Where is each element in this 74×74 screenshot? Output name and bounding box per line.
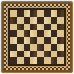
square-d8 — [30, 10, 37, 17]
square-d7 — [30, 17, 37, 24]
square-b5 — [17, 30, 24, 37]
square-g1 — [51, 57, 58, 64]
square-f4 — [44, 37, 51, 44]
square-a8 — [10, 10, 17, 17]
playing-area — [10, 10, 64, 64]
square-h8 — [57, 10, 64, 17]
square-a1 — [10, 57, 17, 64]
square-d2 — [30, 51, 37, 58]
square-h7 — [57, 17, 64, 24]
square-g6 — [51, 24, 58, 31]
square-f8 — [44, 10, 51, 17]
square-b1 — [17, 57, 24, 64]
square-e8 — [37, 10, 44, 17]
square-a6 — [10, 24, 17, 31]
square-c3 — [24, 44, 31, 51]
square-a5 — [10, 30, 17, 37]
square-e2 — [37, 51, 44, 58]
square-c5 — [24, 30, 31, 37]
square-a7 — [10, 17, 17, 24]
square-f2 — [44, 51, 51, 58]
square-f7 — [44, 17, 51, 24]
square-b6 — [17, 24, 24, 31]
square-c1 — [24, 57, 31, 64]
square-a3 — [10, 44, 17, 51]
square-d3 — [30, 44, 37, 51]
square-h1 — [57, 57, 64, 64]
square-e5 — [37, 30, 44, 37]
square-c7 — [24, 17, 31, 24]
square-h2 — [57, 51, 64, 58]
square-b4 — [17, 37, 24, 44]
square-g8 — [51, 10, 58, 17]
square-d1 — [30, 57, 37, 64]
square-g5 — [51, 30, 58, 37]
square-e1 — [37, 57, 44, 64]
gold-fillet-line — [7, 7, 67, 67]
square-f1 — [44, 57, 51, 64]
board-photo — [0, 0, 74, 74]
square-h3 — [57, 44, 64, 51]
square-b3 — [17, 44, 24, 51]
chess-board — [1, 1, 73, 73]
square-c8 — [24, 10, 31, 17]
square-g7 — [51, 17, 58, 24]
square-e6 — [37, 24, 44, 31]
square-a2 — [10, 51, 17, 58]
square-d5 — [30, 30, 37, 37]
square-g2 — [51, 51, 58, 58]
square-b8 — [17, 10, 24, 17]
square-e4 — [37, 37, 44, 44]
square-c6 — [24, 24, 31, 31]
inner-dark-band — [8, 8, 66, 66]
square-e7 — [37, 17, 44, 24]
square-a4 — [10, 37, 17, 44]
square-c2 — [24, 51, 31, 58]
square-f5 — [44, 30, 51, 37]
square-d4 — [30, 37, 37, 44]
square-d6 — [30, 24, 37, 31]
square-g3 — [51, 44, 58, 51]
square-f6 — [44, 24, 51, 31]
square-e3 — [37, 44, 44, 51]
square-f3 — [44, 44, 51, 51]
square-h4 — [57, 37, 64, 44]
square-g4 — [51, 37, 58, 44]
mosaic-inlay-band — [4, 4, 70, 70]
square-b2 — [17, 51, 24, 58]
square-h6 — [57, 24, 64, 31]
square-h5 — [57, 30, 64, 37]
square-c4 — [24, 37, 31, 44]
square-b7 — [17, 17, 24, 24]
